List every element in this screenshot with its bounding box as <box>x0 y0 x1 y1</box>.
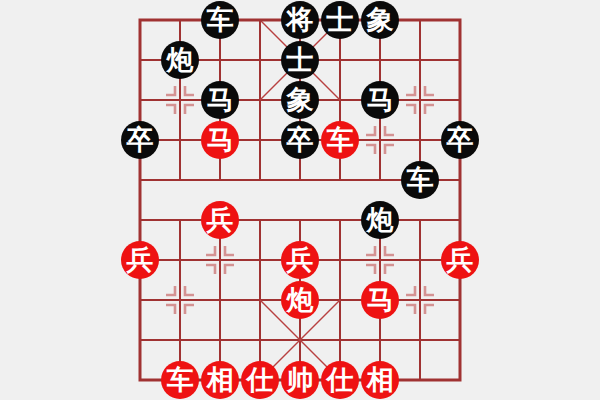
piece-red-elephant[interactable]: 相 <box>201 361 239 399</box>
piece-black-horse[interactable]: 马 <box>361 81 399 119</box>
piece-black-advisor[interactable]: 士 <box>281 41 319 79</box>
piece-red-general[interactable]: 帅 <box>281 361 319 399</box>
piece-red-horse[interactable]: 马 <box>361 281 399 319</box>
pieces-layer: 车将士象炮士马象马卒卒卒车炮马车兵兵兵兵炮马车相仕帅仕相 <box>0 0 600 400</box>
xiangqi-board[interactable]: 车将士象炮士马象马卒卒卒车炮马车兵兵兵兵炮马车相仕帅仕相 <box>0 0 600 400</box>
piece-red-chariot[interactable]: 车 <box>321 121 359 159</box>
piece-red-pawn[interactable]: 兵 <box>281 241 319 279</box>
piece-black-elephant[interactable]: 象 <box>361 1 399 39</box>
piece-red-horse[interactable]: 马 <box>201 121 239 159</box>
piece-red-chariot[interactable]: 车 <box>161 361 199 399</box>
piece-black-pawn[interactable]: 卒 <box>281 121 319 159</box>
piece-black-elephant[interactable]: 象 <box>281 81 319 119</box>
piece-red-pawn[interactable]: 兵 <box>121 241 159 279</box>
piece-black-general[interactable]: 将 <box>281 1 319 39</box>
piece-black-chariot[interactable]: 车 <box>201 1 239 39</box>
piece-black-horse[interactable]: 马 <box>201 81 239 119</box>
piece-black-chariot[interactable]: 车 <box>401 161 439 199</box>
piece-red-cannon[interactable]: 炮 <box>281 281 319 319</box>
piece-red-advisor[interactable]: 仕 <box>321 361 359 399</box>
piece-black-pawn[interactable]: 卒 <box>121 121 159 159</box>
piece-black-cannon[interactable]: 炮 <box>361 201 399 239</box>
piece-red-advisor[interactable]: 仕 <box>241 361 279 399</box>
piece-red-pawn[interactable]: 兵 <box>201 201 239 239</box>
piece-red-pawn[interactable]: 兵 <box>441 241 479 279</box>
piece-black-pawn[interactable]: 卒 <box>441 121 479 159</box>
xiangqi-app: 车将士象炮士马象马卒卒卒车炮马车兵兵兵兵炮马车相仕帅仕相 <box>0 0 600 400</box>
piece-black-advisor[interactable]: 士 <box>321 1 359 39</box>
piece-red-elephant[interactable]: 相 <box>361 361 399 399</box>
piece-black-cannon[interactable]: 炮 <box>161 41 199 79</box>
